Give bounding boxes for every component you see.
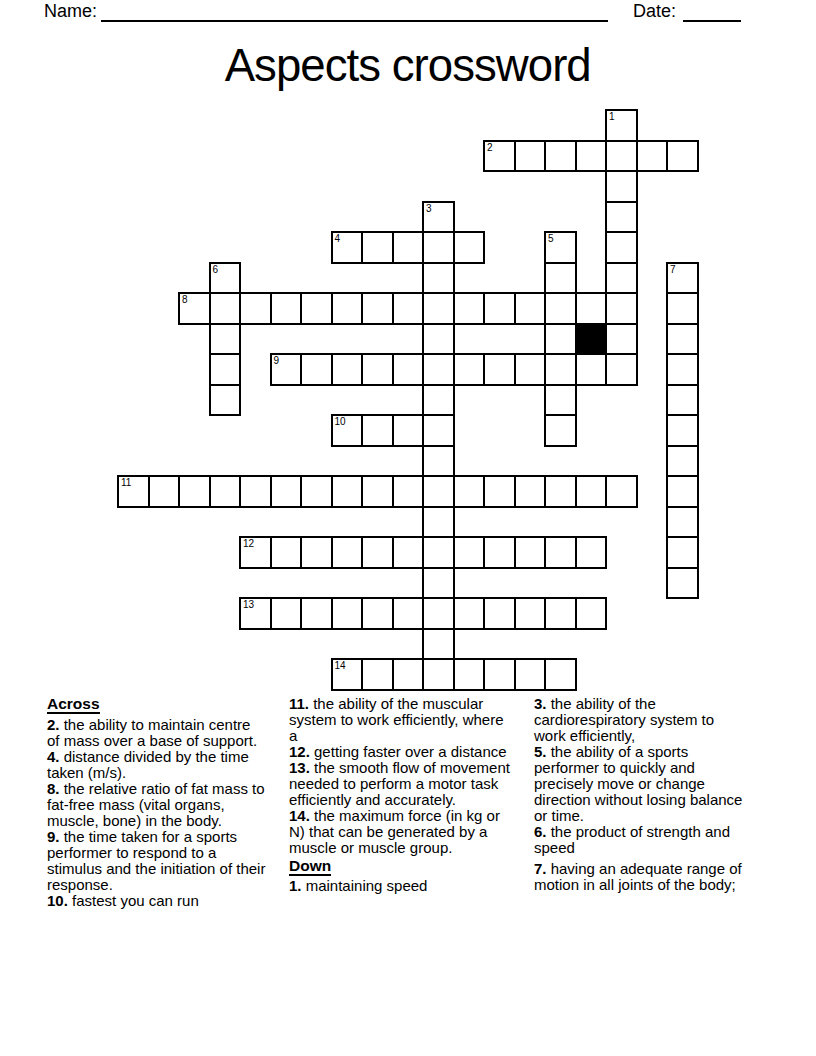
grid-cell[interactable]: [454, 232, 485, 263]
grid-cell[interactable]: [454, 598, 485, 629]
grid-cell[interactable]: [484, 537, 515, 568]
grid-cell[interactable]: [576, 476, 607, 507]
grid-cell[interactable]: 10: [332, 415, 363, 446]
grid-cell[interactable]: [576, 293, 607, 324]
grid-cell[interactable]: [423, 324, 454, 355]
crossword-grid: 1234567891011121314: [118, 110, 698, 690]
grid-cell[interactable]: [667, 324, 698, 355]
grid-cell[interactable]: [515, 141, 546, 172]
clue-column-2: 11. the ability of the muscular system t…: [289, 696, 510, 894]
grid-cell[interactable]: [667, 507, 698, 538]
grid-cell[interactable]: [210, 385, 241, 416]
grid-cell[interactable]: [362, 232, 393, 263]
clue-number: 5: [548, 233, 554, 244]
grid-cell[interactable]: [271, 293, 302, 324]
clue-number: 11: [121, 477, 131, 488]
clue-across-12: 12. getting faster over a distance: [289, 744, 510, 760]
grid-cell[interactable]: [149, 476, 180, 507]
grid-cell[interactable]: [667, 354, 698, 385]
grid-cell[interactable]: [423, 293, 454, 324]
title-wrap: Aspects crossword: [0, 38, 816, 92]
grid-cell[interactable]: 1: [606, 110, 637, 141]
clue-number: 9: [274, 355, 280, 366]
grid-cell[interactable]: [545, 537, 576, 568]
grid-cell[interactable]: [667, 568, 698, 599]
worksheet-page: Name: Date: Aspects crossword 1234567891…: [0, 0, 816, 1056]
grid-cell[interactable]: 8: [179, 293, 210, 324]
grid-cell[interactable]: [576, 537, 607, 568]
clue-down-1: 1. maintaining speed: [289, 878, 510, 894]
grid-cell[interactable]: [545, 354, 576, 385]
grid-cell[interactable]: 9: [271, 354, 302, 385]
clue-across-2: 2. the ability to maintain centre of mas…: [47, 717, 266, 749]
grid-cell[interactable]: [301, 476, 332, 507]
grid-cell[interactable]: [393, 659, 424, 690]
grid-cell[interactable]: [484, 354, 515, 385]
grid-cell[interactable]: [667, 415, 698, 446]
grid-cell[interactable]: [362, 598, 393, 629]
grid-cell[interactable]: [667, 293, 698, 324]
grid-cell[interactable]: 7: [667, 263, 698, 294]
grid-cell[interactable]: [545, 659, 576, 690]
grid-cell[interactable]: [576, 141, 607, 172]
grid-cell[interactable]: [576, 598, 607, 629]
clue-number: 10: [335, 416, 346, 427]
grid-cell[interactable]: [637, 141, 668, 172]
down-heading: Down: [289, 858, 510, 874]
grid-cell[interactable]: [515, 293, 546, 324]
clue-across-8: 8. the relative ratio of fat mass to fat…: [47, 781, 266, 829]
grid-cell[interactable]: [423, 476, 454, 507]
grid-cell[interactable]: [393, 232, 424, 263]
clue-across-10: 10. fastest you can run: [47, 893, 266, 909]
grid-cell[interactable]: [606, 171, 637, 202]
grid-cell[interactable]: [545, 141, 576, 172]
clue-number: 14: [335, 660, 346, 671]
grid-cell[interactable]: [301, 598, 332, 629]
grid-cell[interactable]: [667, 476, 698, 507]
grid-cell[interactable]: [515, 659, 546, 690]
grid-cell[interactable]: [515, 476, 546, 507]
grid-cell[interactable]: 3: [423, 202, 454, 233]
grid-cell[interactable]: [423, 598, 454, 629]
grid-cell[interactable]: [423, 568, 454, 599]
grid-cell[interactable]: [271, 476, 302, 507]
grid-cell[interactable]: [362, 293, 393, 324]
grid-cell[interactable]: [545, 293, 576, 324]
clue-across-14: 14. the maximum force (in kg or N) that …: [289, 808, 510, 856]
grid-cell[interactable]: 2: [484, 141, 515, 172]
grid-cell[interactable]: [484, 598, 515, 629]
clue-number: 2: [487, 142, 493, 153]
grid-cell[interactable]: [454, 537, 485, 568]
page-title: Aspects crossword: [225, 38, 591, 92]
grid-cell[interactable]: [423, 507, 454, 538]
grid-cell[interactable]: [606, 141, 637, 172]
grid-cell[interactable]: 4: [332, 232, 363, 263]
grid-cell[interactable]: [423, 263, 454, 294]
grid-cell[interactable]: [301, 537, 332, 568]
grid-cell[interactable]: [454, 476, 485, 507]
grid-cell[interactable]: [606, 324, 637, 355]
grid-cell[interactable]: [454, 293, 485, 324]
clue-number: 4: [335, 233, 341, 244]
grid-cell[interactable]: 14: [332, 659, 363, 690]
grid-cell[interactable]: [393, 354, 424, 385]
grid-cell[interactable]: [545, 385, 576, 416]
grid-cell[interactable]: [423, 446, 454, 477]
grid-cell[interactable]: [423, 415, 454, 446]
grid-cell[interactable]: [667, 385, 698, 416]
grid-cell[interactable]: [545, 476, 576, 507]
grid-cell[interactable]: [271, 537, 302, 568]
grid-cell[interactable]: [393, 415, 424, 446]
name-label: Name:: [44, 1, 97, 21]
date-blank-line[interactable]: [683, 1, 741, 22]
grid-cell[interactable]: [606, 476, 637, 507]
grid-cell[interactable]: [545, 263, 576, 294]
grid-cell[interactable]: [210, 354, 241, 385]
date-label: Date:: [633, 1, 676, 21]
clue-number: 7: [670, 264, 676, 275]
grid-cell[interactable]: [454, 659, 485, 690]
clue-down-7: 7. having an adequate range of motion in…: [534, 861, 743, 893]
grid-cell[interactable]: [393, 598, 424, 629]
grid-cell[interactable]: [393, 293, 424, 324]
grid-cell[interactable]: [301, 354, 332, 385]
grid-cell[interactable]: [240, 293, 271, 324]
clue-number: 8: [182, 294, 188, 305]
grid-cell[interactable]: [362, 354, 393, 385]
grid-cell[interactable]: [362, 537, 393, 568]
grid-cell[interactable]: [667, 446, 698, 477]
grid-cell[interactable]: [240, 476, 271, 507]
grid-cell[interactable]: 5: [545, 232, 576, 263]
grid-cell[interactable]: [423, 537, 454, 568]
grid-cell[interactable]: [545, 415, 576, 446]
grid-cell[interactable]: [210, 324, 241, 355]
grid-cell[interactable]: [362, 476, 393, 507]
grid-cell[interactable]: [667, 141, 698, 172]
clue-number: 13: [243, 599, 254, 610]
grid-cell[interactable]: [606, 293, 637, 324]
grid-cell[interactable]: [484, 659, 515, 690]
grid-cell[interactable]: [179, 476, 210, 507]
clue-across-13: 13. the smooth flow of movement needed t…: [289, 760, 510, 808]
across-heading: Across: [47, 696, 266, 712]
clue-across-4: 4. distance divided by the time taken (m…: [47, 749, 266, 781]
grid-cell[interactable]: 12: [240, 537, 271, 568]
clue-across-9: 9. the time taken for a sports performer…: [47, 829, 266, 893]
grid-cell[interactable]: [210, 293, 241, 324]
grid-cell[interactable]: [423, 232, 454, 263]
grid-cell[interactable]: [484, 293, 515, 324]
clue-down-5: 5. the ability of a sports performer to …: [534, 744, 743, 824]
grid-cell[interactable]: [606, 202, 637, 233]
grid-cell[interactable]: [423, 385, 454, 416]
grid-cell[interactable]: [362, 659, 393, 690]
grid-cell[interactable]: [667, 537, 698, 568]
grid-cell[interactable]: [515, 598, 546, 629]
grid-cell[interactable]: [423, 354, 454, 385]
grid-cell[interactable]: 13: [240, 598, 271, 629]
grid-cell[interactable]: [576, 354, 607, 385]
grid-cell[interactable]: [515, 537, 546, 568]
grid-cell[interactable]: [332, 537, 363, 568]
grid-cell[interactable]: [454, 354, 485, 385]
grid-cell[interactable]: [606, 232, 637, 263]
grid-cell[interactable]: [301, 293, 332, 324]
grid-cell[interactable]: [484, 476, 515, 507]
grid-cell[interactable]: [332, 476, 363, 507]
grid-cell-black: [576, 324, 607, 355]
clue-down-3: 3. the ability of the cardiorespiratory …: [534, 696, 743, 744]
grid-cell[interactable]: 6: [210, 263, 241, 294]
grid-cell[interactable]: [393, 537, 424, 568]
clue-number: 6: [213, 264, 219, 275]
clue-number: 12: [243, 538, 254, 549]
clue-column-1: Across 2. the ability to maintain centre…: [47, 696, 266, 909]
clue-column-3: 3. the ability of the cardiorespiratory …: [534, 696, 743, 893]
grid-cell[interactable]: [271, 598, 302, 629]
grid-cell[interactable]: [423, 629, 454, 660]
grid-cell[interactable]: 11: [118, 476, 149, 507]
clue-number: 3: [426, 203, 432, 214]
grid-cell[interactable]: [545, 598, 576, 629]
grid-cell[interactable]: [393, 476, 424, 507]
name-blank-line[interactable]: [101, 1, 608, 22]
clue-number: 1: [609, 111, 615, 122]
grid-cell[interactable]: [606, 354, 637, 385]
clue-down-6: 6. the product of strength and speed: [534, 824, 743, 856]
grid-cell[interactable]: [423, 659, 454, 690]
grid-cell[interactable]: [545, 324, 576, 355]
clue-across-11: 11. the ability of the muscular system t…: [289, 696, 510, 744]
grid-cell[interactable]: [362, 415, 393, 446]
grid-cell[interactable]: [515, 354, 546, 385]
grid-cell[interactable]: [332, 598, 363, 629]
grid-cell[interactable]: [210, 476, 241, 507]
grid-cell[interactable]: [332, 354, 363, 385]
grid-cell[interactable]: [606, 263, 637, 294]
grid-cell[interactable]: [332, 293, 363, 324]
